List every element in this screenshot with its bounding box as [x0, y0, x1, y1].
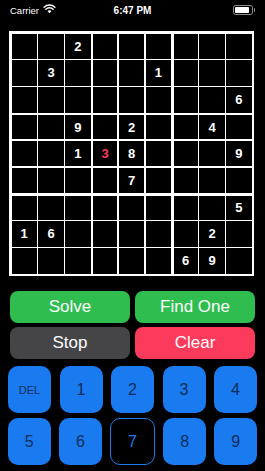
- sudoku-cell[interactable]: 6: [173, 248, 198, 273]
- battery-icon: [233, 5, 256, 15]
- sudoku-cell[interactable]: [119, 221, 144, 246]
- sudoku-cell[interactable]: 1: [65, 141, 90, 166]
- sudoku-cell[interactable]: [226, 114, 251, 139]
- sudoku-cell[interactable]: [38, 114, 63, 139]
- carrier-group: Carrier: [10, 4, 56, 16]
- sudoku-cell[interactable]: [119, 60, 144, 85]
- sudoku-cell[interactable]: [199, 34, 224, 59]
- sudoku-cell[interactable]: [119, 248, 144, 273]
- sudoku-cell[interactable]: [226, 34, 251, 59]
- sudoku-cell[interactable]: [92, 114, 117, 139]
- sudoku-cell[interactable]: [65, 60, 90, 85]
- clock: 6:47 PM: [114, 5, 152, 16]
- sudoku-cell[interactable]: [199, 168, 224, 193]
- sudoku-cell[interactable]: [146, 195, 171, 220]
- sudoku-cell[interactable]: [173, 195, 198, 220]
- sudoku-cell[interactable]: [12, 141, 37, 166]
- sudoku-cell[interactable]: [146, 168, 171, 193]
- keypad-key-5[interactable]: 5: [8, 418, 51, 465]
- sudoku-cell[interactable]: [199, 60, 224, 85]
- sudoku-cell[interactable]: [173, 114, 198, 139]
- sudoku-cell[interactable]: 2: [199, 221, 224, 246]
- sudoku-cell[interactable]: 5: [226, 195, 251, 220]
- sudoku-cell[interactable]: 3: [92, 141, 117, 166]
- sudoku-cell[interactable]: [38, 248, 63, 273]
- sudoku-cell[interactable]: [119, 34, 144, 59]
- sudoku-cell[interactable]: [92, 34, 117, 59]
- keypad-key-3[interactable]: 3: [163, 366, 206, 413]
- sudoku-cell[interactable]: [12, 87, 37, 112]
- sudoku-cell[interactable]: [65, 248, 90, 273]
- sudoku-cell[interactable]: 9: [226, 141, 251, 166]
- sudoku-cell[interactable]: 2: [119, 114, 144, 139]
- sudoku-cell[interactable]: [38, 141, 63, 166]
- sudoku-cell[interactable]: [92, 248, 117, 273]
- clear-button[interactable]: Clear: [135, 327, 255, 359]
- sudoku-cell[interactable]: [226, 221, 251, 246]
- sudoku-cell[interactable]: [12, 114, 37, 139]
- sudoku-cell[interactable]: [92, 221, 117, 246]
- stop-button[interactable]: Stop: [10, 327, 130, 359]
- sudoku-cell[interactable]: [38, 168, 63, 193]
- sudoku-cell[interactable]: [38, 195, 63, 220]
- sudoku-cell[interactable]: [226, 248, 251, 273]
- sudoku-cell[interactable]: 7: [119, 168, 144, 193]
- solve-button[interactable]: Solve: [10, 291, 130, 323]
- keypad-key-1[interactable]: 1: [60, 366, 103, 413]
- keypad-key-2[interactable]: 2: [111, 366, 154, 413]
- wifi-icon: [43, 4, 56, 16]
- sudoku-cell[interactable]: [12, 195, 37, 220]
- sudoku-cell[interactable]: [199, 141, 224, 166]
- sudoku-cell[interactable]: [65, 87, 90, 112]
- sudoku-cell[interactable]: [226, 168, 251, 193]
- sudoku-cell[interactable]: [226, 60, 251, 85]
- sudoku-cell[interactable]: [65, 221, 90, 246]
- sudoku-cell[interactable]: 2: [65, 34, 90, 59]
- sudoku-cell[interactable]: [173, 141, 198, 166]
- sudoku-cell[interactable]: 3: [38, 60, 63, 85]
- sudoku-cell[interactable]: [38, 87, 63, 112]
- keypad-row-2: 56789: [8, 418, 257, 465]
- sudoku-cell[interactable]: [12, 34, 37, 59]
- sudoku-cell[interactable]: [146, 248, 171, 273]
- sudoku-cell[interactable]: [92, 60, 117, 85]
- sudoku-cell[interactable]: 6: [38, 221, 63, 246]
- keypad-key-7[interactable]: 7: [110, 418, 155, 465]
- sudoku-cell[interactable]: [12, 60, 37, 85]
- status-bar: Carrier 6:47 PM: [0, 0, 265, 20]
- sudoku-cell[interactable]: [38, 34, 63, 59]
- sudoku-cell[interactable]: [146, 114, 171, 139]
- keypad-key-8[interactable]: 8: [163, 418, 206, 465]
- sudoku-cell[interactable]: [92, 168, 117, 193]
- sudoku-cell[interactable]: [12, 248, 37, 273]
- sudoku-cell[interactable]: [199, 195, 224, 220]
- sudoku-cell[interactable]: [65, 168, 90, 193]
- sudoku-cell[interactable]: 8: [119, 141, 144, 166]
- carrier-label: Carrier: [10, 5, 39, 16]
- delete-key[interactable]: DEL: [8, 366, 51, 413]
- keypad-key-4[interactable]: 4: [214, 366, 257, 413]
- sudoku-cell[interactable]: 1: [146, 60, 171, 85]
- sudoku-cell[interactable]: [119, 87, 144, 112]
- sudoku-cell[interactable]: [173, 34, 198, 59]
- sudoku-cell[interactable]: 6: [226, 87, 251, 112]
- sudoku-cell[interactable]: 9: [65, 114, 90, 139]
- sudoku-cell[interactable]: [146, 221, 171, 246]
- sudoku-cell[interactable]: 1: [12, 221, 37, 246]
- sudoku-cell[interactable]: [146, 34, 171, 59]
- sudoku-cell[interactable]: [173, 168, 198, 193]
- sudoku-cell[interactable]: [92, 195, 117, 220]
- sudoku-cell[interactable]: [146, 87, 171, 112]
- find-one-button[interactable]: Find One: [135, 291, 255, 323]
- sudoku-cell[interactable]: [173, 87, 198, 112]
- keypad-key-6[interactable]: 6: [59, 418, 102, 465]
- sudoku-cell[interactable]: [12, 168, 37, 193]
- keypad-key-9[interactable]: 9: [214, 418, 257, 465]
- sudoku-cell[interactable]: 4: [199, 114, 224, 139]
- sudoku-cell[interactable]: 9: [199, 248, 224, 273]
- sudoku-cell[interactable]: [65, 195, 90, 220]
- sudoku-cell[interactable]: [173, 60, 198, 85]
- sudoku-cell[interactable]: [173, 221, 198, 246]
- sudoku-board: 231692413897516269: [9, 31, 254, 276]
- sudoku-cell[interactable]: [146, 141, 171, 166]
- keypad-row-1: DEL1234: [8, 366, 257, 413]
- sudoku-cell[interactable]: [199, 87, 224, 112]
- sudoku-cell[interactable]: [92, 87, 117, 112]
- sudoku-cell[interactable]: [119, 195, 144, 220]
